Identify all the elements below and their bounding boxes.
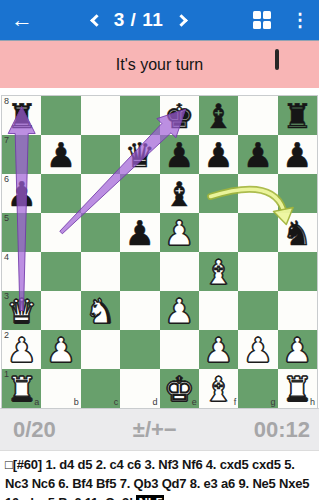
rank-label-5: 5: [4, 214, 9, 223]
square-f6[interactable]: [199, 174, 238, 213]
square-b7[interactable]: ♟: [41, 135, 80, 174]
black-pawn-icon: ♟: [243, 138, 273, 172]
square-f7[interactable]: ♟: [199, 135, 238, 174]
square-e1[interactable]: e♚: [160, 369, 199, 408]
file-label-f: f: [234, 398, 237, 407]
square-b5[interactable]: [41, 213, 80, 252]
exercise-counter: 3 / 11: [114, 9, 164, 31]
white-king-icon: ♚: [164, 372, 194, 406]
square-f1[interactable]: f♝: [199, 369, 238, 408]
square-b2[interactable]: ♟: [41, 330, 80, 369]
black-king-icon: ♚: [164, 99, 194, 133]
moves-text: 1. d4 d5 2. c4 c6 3. Nf3 Nf6 4. cxd5 cxd…: [5, 457, 309, 500]
file-label-b: b: [74, 398, 79, 407]
status-bar: 0/20 ±/+− 00:12: [0, 408, 319, 451]
square-a2[interactable]: 2♟: [2, 330, 41, 369]
square-b4[interactable]: [41, 252, 80, 291]
square-b6[interactable]: [41, 174, 80, 213]
chevron-right-icon: [175, 14, 188, 27]
square-e3[interactable]: ♟: [160, 291, 199, 330]
white-pawn-icon: ♟: [282, 333, 312, 367]
white-pawn-icon: ♟: [164, 216, 194, 250]
square-f2[interactable]: ♟: [199, 330, 238, 369]
black-queen-icon: ♛: [125, 138, 155, 172]
black-pawn-icon: ♟: [46, 138, 76, 172]
timer: 00:12: [254, 417, 310, 443]
square-h4[interactable]: [278, 252, 317, 291]
white-knight-icon: ♞: [85, 294, 115, 328]
square-a4[interactable]: 4: [2, 252, 41, 291]
grid-icon: [253, 11, 271, 29]
square-b8[interactable]: [41, 96, 80, 135]
square-a7[interactable]: 7: [2, 135, 41, 174]
square-e2[interactable]: [160, 330, 199, 369]
square-c6[interactable]: [81, 174, 120, 213]
square-f5[interactable]: [199, 213, 238, 252]
square-d7[interactable]: ♛: [120, 135, 159, 174]
square-c3[interactable]: ♞: [81, 291, 120, 330]
rank-label-3: 3: [4, 292, 9, 301]
square-f4[interactable]: ♝: [199, 252, 238, 291]
white-queen-icon: ♛: [6, 294, 36, 328]
square-d1[interactable]: d: [120, 369, 159, 408]
file-label-e: e: [192, 398, 197, 407]
black-bishop-icon: ♝: [164, 177, 194, 211]
black-pawn-icon: ♟: [125, 216, 155, 250]
file-label-d: d: [152, 398, 157, 407]
white-pawn-icon: ♟: [6, 333, 36, 367]
square-d3[interactable]: [120, 291, 159, 330]
turn-banner-text: It's your turn: [116, 56, 204, 74]
square-a8[interactable]: 8♜: [2, 96, 41, 135]
square-e8[interactable]: ♚: [160, 96, 199, 135]
square-d4[interactable]: [120, 252, 159, 291]
square-a5[interactable]: 5: [2, 213, 41, 252]
rank-label-6: 6: [4, 175, 9, 184]
square-h6[interactable]: [278, 174, 317, 213]
move-list[interactable]: □[#60] 1. d4 d5 2. c4 c6 3. Nf3 Nf6 4. c…: [0, 451, 319, 500]
chevron-left-icon: [90, 14, 103, 27]
square-h2[interactable]: ♟: [278, 330, 317, 369]
next-exercise-button[interactable]: [169, 0, 193, 40]
square-g7[interactable]: ♟: [238, 135, 277, 174]
square-d8[interactable]: [120, 96, 159, 135]
square-a6[interactable]: 6♟: [2, 174, 41, 213]
file-label-g: g: [271, 398, 276, 407]
computer-opponent-icon: [275, 51, 311, 69]
square-d6[interactable]: [120, 174, 159, 213]
square-h8[interactable]: ♜: [278, 96, 317, 135]
square-g4[interactable]: [238, 252, 277, 291]
app-bar: ← 3 / 11 ⋮: [0, 0, 319, 40]
app-screen: ← 3 / 11 ⋮ It's your turn 8♜♚♝♜7♟♛♟♟♟♟6♟…: [0, 0, 319, 500]
chess-board[interactable]: 8♜♚♝♜7♟♛♟♟♟♟6♟♝5♟♟♞4♝3♛♞♟2♟♟♟♟♟1a♜bcde♚f…: [2, 96, 317, 408]
rank-label-8: 8: [4, 97, 9, 106]
square-c2[interactable]: [81, 330, 120, 369]
square-h1[interactable]: h♜: [278, 369, 317, 408]
square-e7[interactable]: ♟: [160, 135, 199, 174]
prev-exercise-button[interactable]: [84, 0, 108, 40]
square-f8[interactable]: ♝: [199, 96, 238, 135]
square-b3[interactable]: [41, 291, 80, 330]
square-a1[interactable]: 1a♜: [2, 369, 41, 408]
square-d2[interactable]: [120, 330, 159, 369]
file-label-c: c: [114, 398, 119, 407]
file-label-h: h: [310, 398, 315, 407]
rank-label-2: 2: [4, 331, 9, 340]
file-label-a: a: [34, 398, 39, 407]
square-c5[interactable]: [81, 213, 120, 252]
square-g5[interactable]: [238, 213, 277, 252]
black-rook-icon: ♜: [6, 99, 36, 133]
white-bishop-icon: ♝: [203, 255, 233, 289]
black-pawn-icon: ♟: [164, 138, 194, 172]
white-rook-icon: ♜: [6, 372, 36, 406]
square-b1[interactable]: b: [41, 369, 80, 408]
score-counter: 0/20: [13, 417, 56, 443]
white-bishop-icon: ♝: [203, 372, 233, 406]
evaluation-label: ±/+−: [133, 417, 177, 443]
rank-label-4: 4: [4, 253, 9, 262]
overflow-menu-button[interactable]: ⋮: [283, 0, 317, 40]
black-knight-icon: ♞: [282, 216, 312, 250]
black-pawn-icon: ♟: [203, 138, 233, 172]
black-pawn-icon: ♟: [6, 177, 36, 211]
square-g3[interactable]: [238, 291, 277, 330]
white-pawn-icon: ♟: [46, 333, 76, 367]
square-g8[interactable]: [238, 96, 277, 135]
square-h3[interactable]: [278, 291, 317, 330]
square-e5[interactable]: ♟: [160, 213, 199, 252]
square-c1[interactable]: c: [81, 369, 120, 408]
current-move[interactable]: Nh5: [136, 495, 164, 500]
black-pawn-icon: ♟: [282, 138, 312, 172]
black-rook-icon: ♜: [282, 99, 312, 133]
back-button[interactable]: ←: [0, 0, 44, 40]
black-bishop-icon: ♝: [203, 99, 233, 133]
exercise-navigation: 3 / 11: [84, 0, 193, 40]
square-e6[interactable]: ♝: [160, 174, 199, 213]
square-g2[interactable]: ♟: [238, 330, 277, 369]
square-g6[interactable]: [238, 174, 277, 213]
white-rook-icon: ♜: [282, 372, 312, 406]
square-c4[interactable]: [81, 252, 120, 291]
square-h5[interactable]: ♞: [278, 213, 317, 252]
square-h7[interactable]: ♟: [278, 135, 317, 174]
exercise-list-button[interactable]: [241, 0, 283, 40]
square-c8[interactable]: [81, 96, 120, 135]
white-pawn-icon: ♟: [243, 333, 273, 367]
white-pawn-icon: ♟: [164, 294, 194, 328]
app-bar-actions: ⋮: [241, 0, 317, 40]
square-g1[interactable]: g: [238, 369, 277, 408]
rank-label-1: 1: [4, 370, 9, 379]
square-d5[interactable]: ♟: [120, 213, 159, 252]
square-f3[interactable]: [199, 291, 238, 330]
rank-label-7: 7: [4, 136, 9, 145]
square-c7[interactable]: [81, 135, 120, 174]
turn-banner: It's your turn: [0, 40, 319, 88]
exercise-tag: □[#60]: [5, 457, 42, 472]
white-pawn-icon: ♟: [203, 333, 233, 367]
square-e4[interactable]: [160, 252, 199, 291]
square-a3[interactable]: 3♛: [2, 291, 41, 330]
